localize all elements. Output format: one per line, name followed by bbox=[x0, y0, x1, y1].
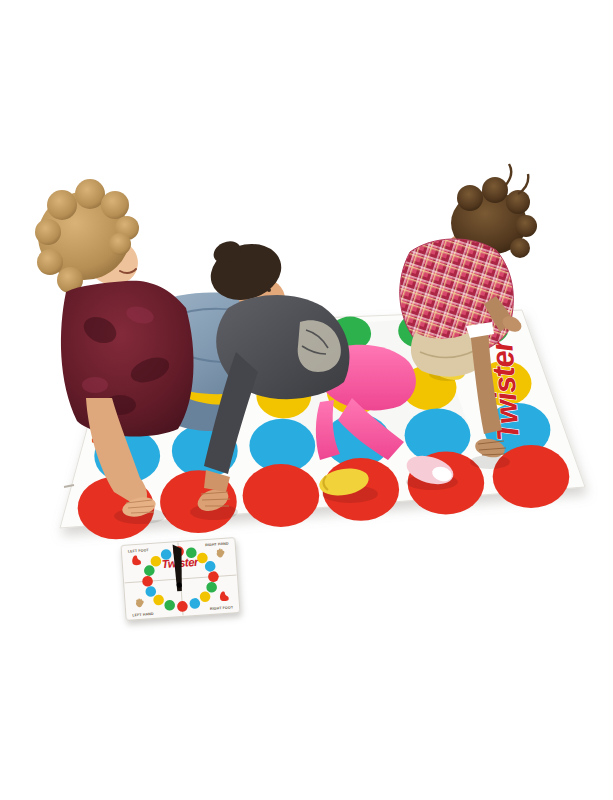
spinner-board: Twister LEFT FOOTRIGHT HANDLEFT HANDRIGH… bbox=[121, 538, 240, 621]
twister-product-photo: Twister Twister bbox=[0, 0, 613, 800]
mat-circle-red bbox=[243, 464, 320, 527]
